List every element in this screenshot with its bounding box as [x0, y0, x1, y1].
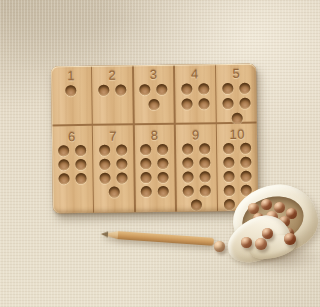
hole-grid: [99, 144, 128, 197]
cell-number: 4: [191, 67, 199, 80]
counting-hole[interactable]: [141, 144, 152, 155]
counting-hole[interactable]: [181, 98, 192, 109]
cell-number: 8: [150, 129, 158, 142]
cell-number: 2: [108, 69, 116, 82]
cell-8[interactable]: 8: [134, 124, 175, 212]
counting-hole[interactable]: [240, 98, 251, 109]
counting-hole[interactable]: [182, 185, 193, 196]
counting-hole[interactable]: [223, 98, 234, 109]
counting-hole[interactable]: [75, 173, 86, 184]
counting-hole[interactable]: [224, 184, 235, 195]
board-grid: 12345678910: [51, 64, 258, 214]
counting-hole[interactable]: [222, 83, 233, 94]
pencil-body: [118, 231, 214, 246]
counting-hole[interactable]: [181, 83, 192, 94]
counting-hole[interactable]: [199, 157, 210, 168]
hole-grid: [141, 143, 170, 196]
cell-number: 10: [229, 127, 245, 140]
counting-hole[interactable]: [240, 142, 251, 153]
hole-grid: [222, 83, 251, 124]
counting-hole[interactable]: [241, 170, 252, 181]
counting-hole[interactable]: [100, 172, 111, 183]
hole-grid: [182, 143, 211, 210]
counting-hole[interactable]: [99, 158, 110, 169]
hole-grid: [66, 85, 77, 96]
counting-hole[interactable]: [199, 185, 210, 196]
counting-hole[interactable]: [115, 84, 126, 95]
counting-hole[interactable]: [157, 84, 168, 95]
cell-7[interactable]: 7: [93, 125, 134, 213]
wooden-ball[interactable]: [214, 241, 225, 252]
counting-hole[interactable]: [75, 159, 86, 170]
counting-hole[interactable]: [58, 159, 69, 170]
counting-hole[interactable]: [182, 143, 193, 154]
counting-hole[interactable]: [117, 172, 128, 183]
cell-number: 3: [150, 68, 158, 81]
pencil[interactable]: [101, 230, 214, 246]
wooden-ball[interactable]: [255, 238, 267, 250]
counting-hole[interactable]: [75, 145, 86, 156]
cell-6[interactable]: 6: [52, 125, 93, 213]
counting-hole[interactable]: [141, 158, 152, 169]
counting-hole[interactable]: [158, 171, 169, 182]
cell-number: 5: [232, 67, 240, 80]
counting-hole[interactable]: [224, 198, 235, 209]
cell-number: 7: [109, 129, 117, 142]
counting-hole[interactable]: [198, 83, 209, 94]
counting-hole[interactable]: [158, 157, 169, 168]
hole-grid: [98, 84, 126, 95]
cell-1[interactable]: 1: [51, 66, 92, 125]
counting-hole[interactable]: [58, 173, 69, 184]
scene: 12345678910: [0, 0, 320, 307]
counting-hole[interactable]: [98, 85, 109, 96]
cell-number: 9: [192, 128, 200, 141]
counting-hole[interactable]: [191, 199, 202, 210]
pencil-lead: [101, 230, 109, 238]
counting-hole[interactable]: [58, 145, 69, 156]
counting-board: 12345678910: [51, 64, 258, 214]
counting-hole[interactable]: [99, 144, 110, 155]
cell-2[interactable]: 2: [92, 65, 133, 124]
hole-grid: [58, 145, 87, 184]
wooden-ball[interactable]: [262, 228, 273, 239]
counting-hole[interactable]: [199, 143, 210, 154]
counting-hole[interactable]: [141, 186, 152, 197]
wooden-ball[interactable]: [284, 233, 296, 245]
counting-hole[interactable]: [240, 156, 251, 167]
counting-hole[interactable]: [224, 170, 235, 181]
cell-9[interactable]: 9: [176, 124, 217, 212]
cell-number: 6: [68, 130, 76, 143]
cell-4[interactable]: 4: [175, 64, 216, 123]
hole-grid: [181, 83, 209, 109]
counting-hole[interactable]: [199, 171, 210, 182]
counting-hole[interactable]: [198, 98, 209, 109]
counting-hole[interactable]: [148, 99, 159, 110]
cell-3[interactable]: 3: [134, 65, 175, 124]
counting-hole[interactable]: [182, 157, 193, 168]
counting-hole[interactable]: [66, 85, 77, 96]
counting-hole[interactable]: [158, 143, 169, 154]
counting-hole[interactable]: [116, 158, 127, 169]
counting-hole[interactable]: [182, 171, 193, 182]
wooden-ball[interactable]: [241, 237, 252, 248]
counting-hole[interactable]: [223, 142, 234, 153]
counting-hole[interactable]: [239, 83, 250, 94]
wooden-ball[interactable]: [261, 199, 272, 210]
counting-hole[interactable]: [158, 185, 169, 196]
counting-hole[interactable]: [116, 144, 127, 155]
cell-number: 1: [67, 69, 75, 82]
counting-hole[interactable]: [231, 113, 242, 124]
counting-hole[interactable]: [141, 172, 152, 183]
counting-hole[interactable]: [108, 186, 119, 197]
cell-5[interactable]: 5: [216, 64, 257, 123]
counting-hole[interactable]: [223, 156, 234, 167]
counting-hole[interactable]: [140, 84, 151, 95]
hole-grid: [140, 84, 168, 110]
